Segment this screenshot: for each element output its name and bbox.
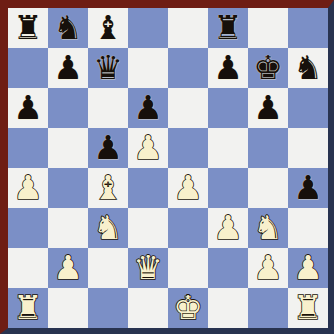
square-d2[interactable]: ♛: [128, 248, 168, 288]
board-frame: ♜♞♝♜♟♛♟♚♞♟♟♟♟♟♟♝♟♟♞♟♞♟♛♟♟♜♚♜: [0, 0, 334, 334]
square-g3[interactable]: ♞: [248, 208, 288, 248]
square-c3[interactable]: ♞: [88, 208, 128, 248]
square-c7[interactable]: ♛: [88, 48, 128, 88]
square-d7[interactable]: [128, 48, 168, 88]
square-f6[interactable]: [208, 88, 248, 128]
square-d4[interactable]: [128, 168, 168, 208]
square-c2[interactable]: [88, 248, 128, 288]
piece-white-bishop: ♝: [88, 168, 128, 208]
piece-black-rook: ♜: [8, 8, 48, 48]
square-a5[interactable]: [8, 128, 48, 168]
square-d8[interactable]: [128, 8, 168, 48]
square-e7[interactable]: [168, 48, 208, 88]
square-g2[interactable]: ♟: [248, 248, 288, 288]
piece-black-pawn: ♟: [128, 88, 168, 128]
square-c4[interactable]: ♝: [88, 168, 128, 208]
square-g6[interactable]: ♟: [248, 88, 288, 128]
piece-white-queen: ♛: [128, 248, 168, 288]
piece-white-pawn: ♟: [8, 168, 48, 208]
square-b6[interactable]: [48, 88, 88, 128]
square-b3[interactable]: [48, 208, 88, 248]
square-c5[interactable]: ♟: [88, 128, 128, 168]
square-f1[interactable]: [208, 288, 248, 328]
square-h3[interactable]: [288, 208, 328, 248]
square-f3[interactable]: ♟: [208, 208, 248, 248]
square-a4[interactable]: ♟: [8, 168, 48, 208]
square-f5[interactable]: [208, 128, 248, 168]
square-d6[interactable]: ♟: [128, 88, 168, 128]
square-h2[interactable]: ♟: [288, 248, 328, 288]
square-g5[interactable]: [248, 128, 288, 168]
square-a6[interactable]: ♟: [8, 88, 48, 128]
square-g1[interactable]: [248, 288, 288, 328]
piece-black-pawn: ♟: [288, 168, 328, 208]
piece-black-rook: ♜: [208, 8, 248, 48]
square-e1[interactable]: ♚: [168, 288, 208, 328]
square-g8[interactable]: [248, 8, 288, 48]
square-c1[interactable]: [88, 288, 128, 328]
square-f4[interactable]: [208, 168, 248, 208]
square-e6[interactable]: [168, 88, 208, 128]
square-a2[interactable]: [8, 248, 48, 288]
square-f2[interactable]: [208, 248, 248, 288]
square-e4[interactable]: ♟: [168, 168, 208, 208]
piece-black-bishop: ♝: [88, 8, 128, 48]
square-e5[interactable]: [168, 128, 208, 168]
square-g7[interactable]: ♚: [248, 48, 288, 88]
square-c8[interactable]: ♝: [88, 8, 128, 48]
square-h7[interactable]: ♞: [288, 48, 328, 88]
piece-black-knight: ♞: [288, 48, 328, 88]
square-g4[interactable]: [248, 168, 288, 208]
piece-white-rook: ♜: [8, 288, 48, 328]
square-b1[interactable]: [48, 288, 88, 328]
piece-black-knight: ♞: [48, 8, 88, 48]
square-e2[interactable]: [168, 248, 208, 288]
square-a7[interactable]: [8, 48, 48, 88]
square-f7[interactable]: ♟: [208, 48, 248, 88]
piece-white-knight: ♞: [248, 208, 288, 248]
square-d1[interactable]: [128, 288, 168, 328]
square-h4[interactable]: ♟: [288, 168, 328, 208]
piece-white-pawn: ♟: [288, 248, 328, 288]
piece-white-pawn: ♟: [48, 248, 88, 288]
square-b5[interactable]: [48, 128, 88, 168]
piece-white-rook: ♜: [288, 288, 328, 328]
chess-board: ♜♞♝♜♟♛♟♚♞♟♟♟♟♟♟♝♟♟♞♟♞♟♛♟♟♜♚♜: [8, 8, 328, 328]
piece-white-pawn: ♟: [208, 208, 248, 248]
piece-black-king: ♚: [248, 48, 288, 88]
square-e3[interactable]: [168, 208, 208, 248]
square-a3[interactable]: [8, 208, 48, 248]
square-h6[interactable]: [288, 88, 328, 128]
square-b7[interactable]: ♟: [48, 48, 88, 88]
piece-black-pawn: ♟: [8, 88, 48, 128]
square-h8[interactable]: [288, 8, 328, 48]
square-f8[interactable]: ♜: [208, 8, 248, 48]
piece-black-queen: ♛: [88, 48, 128, 88]
square-b2[interactable]: ♟: [48, 248, 88, 288]
piece-black-pawn: ♟: [208, 48, 248, 88]
piece-white-pawn: ♟: [128, 128, 168, 168]
piece-white-knight: ♞: [88, 208, 128, 248]
square-a1[interactable]: ♜: [8, 288, 48, 328]
square-d3[interactable]: [128, 208, 168, 248]
piece-white-pawn: ♟: [248, 248, 288, 288]
piece-black-pawn: ♟: [48, 48, 88, 88]
square-h5[interactable]: [288, 128, 328, 168]
piece-black-pawn: ♟: [88, 128, 128, 168]
square-d5[interactable]: ♟: [128, 128, 168, 168]
piece-white-pawn: ♟: [168, 168, 208, 208]
square-b8[interactable]: ♞: [48, 8, 88, 48]
square-b4[interactable]: [48, 168, 88, 208]
square-e8[interactable]: [168, 8, 208, 48]
piece-white-king: ♚: [168, 288, 208, 328]
square-c6[interactable]: [88, 88, 128, 128]
piece-black-pawn: ♟: [248, 88, 288, 128]
square-a8[interactable]: ♜: [8, 8, 48, 48]
square-h1[interactable]: ♜: [288, 288, 328, 328]
